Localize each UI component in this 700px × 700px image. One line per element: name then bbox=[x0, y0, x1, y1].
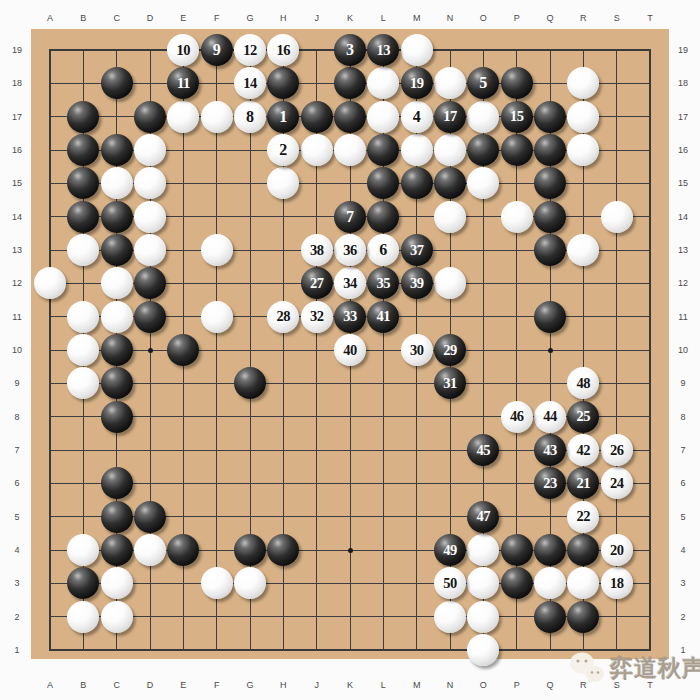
move-number: 27 bbox=[310, 275, 324, 292]
row-label-left: 4 bbox=[6, 544, 28, 556]
move-26-stone-S7: 26 bbox=[601, 434, 633, 466]
move-number: 33 bbox=[343, 308, 357, 325]
row-label-right: 16 bbox=[672, 144, 694, 156]
column-label-top: O bbox=[472, 12, 494, 24]
stone-C14 bbox=[101, 201, 133, 233]
column-label-bottom: G bbox=[239, 679, 261, 691]
stone-Q13 bbox=[534, 234, 566, 266]
stone-B2 bbox=[67, 601, 99, 633]
move-number: 18 bbox=[610, 575, 624, 592]
move-1-stone-H17: 1 bbox=[267, 101, 299, 133]
move-39-stone-M12: 39 bbox=[401, 267, 433, 299]
stone-C6 bbox=[101, 467, 133, 499]
watermark: 弈道秋声 bbox=[567, 648, 700, 688]
stone-P14 bbox=[501, 201, 533, 233]
move-19-stone-M18: 19 bbox=[401, 67, 433, 99]
move-number: 30 bbox=[410, 342, 424, 359]
stone-G4 bbox=[234, 534, 266, 566]
row-label-left: 1 bbox=[6, 644, 28, 656]
move-44-stone-Q8: 44 bbox=[534, 401, 566, 433]
move-number: 12 bbox=[243, 42, 257, 59]
row-label-left: 12 bbox=[6, 277, 28, 289]
column-label-bottom: C bbox=[106, 679, 128, 691]
stone-D11 bbox=[134, 301, 166, 333]
star-point bbox=[148, 348, 153, 353]
column-label-bottom: B bbox=[72, 679, 94, 691]
move-number: 7 bbox=[346, 208, 354, 226]
stone-P3 bbox=[501, 567, 533, 599]
stone-D16 bbox=[134, 134, 166, 166]
move-number: 9 bbox=[213, 41, 221, 59]
column-label-bottom: Q bbox=[539, 679, 561, 691]
move-49-stone-N4: 49 bbox=[434, 534, 466, 566]
column-label-top: S bbox=[606, 12, 628, 24]
move-number: 37 bbox=[410, 242, 424, 259]
stone-J16 bbox=[301, 134, 333, 166]
row-label-right: 10 bbox=[672, 344, 694, 356]
move-number: 49 bbox=[443, 542, 457, 559]
stone-P16 bbox=[501, 134, 533, 166]
column-label-bottom: D bbox=[139, 679, 161, 691]
move-36-stone-K13: 36 bbox=[334, 234, 366, 266]
row-label-right: 15 bbox=[672, 177, 694, 189]
stone-C10 bbox=[101, 334, 133, 366]
move-number: 39 bbox=[410, 275, 424, 292]
row-label-right: 11 bbox=[672, 311, 694, 323]
move-number: 45 bbox=[477, 442, 491, 459]
stone-F17 bbox=[201, 101, 233, 133]
move-30-stone-M10: 30 bbox=[401, 334, 433, 366]
row-label-left: 17 bbox=[6, 111, 28, 123]
column-label-top: T bbox=[639, 12, 661, 24]
stone-O1 bbox=[467, 634, 499, 666]
stone-C8 bbox=[101, 401, 133, 433]
move-number: 46 bbox=[510, 408, 524, 425]
stone-O17 bbox=[467, 101, 499, 133]
stone-S14 bbox=[601, 201, 633, 233]
move-4-stone-M17: 4 bbox=[401, 101, 433, 133]
stone-M16 bbox=[401, 134, 433, 166]
column-label-top: G bbox=[239, 12, 261, 24]
stone-D17 bbox=[134, 101, 166, 133]
move-number: 25 bbox=[577, 408, 591, 425]
column-label-top: B bbox=[72, 12, 94, 24]
move-27-stone-J12: 27 bbox=[301, 267, 333, 299]
column-label-top: E bbox=[172, 12, 194, 24]
move-number: 8 bbox=[246, 108, 254, 126]
move-number: 40 bbox=[343, 342, 357, 359]
column-label-top: A bbox=[39, 12, 61, 24]
stone-C2 bbox=[101, 601, 133, 633]
stone-E17 bbox=[167, 101, 199, 133]
row-label-right: 5 bbox=[672, 511, 694, 523]
row-label-left: 5 bbox=[6, 511, 28, 523]
row-label-left: 8 bbox=[6, 411, 28, 423]
column-label-bottom: K bbox=[339, 679, 361, 691]
stone-L14 bbox=[367, 201, 399, 233]
move-29-stone-N10: 29 bbox=[434, 334, 466, 366]
stone-D14 bbox=[134, 201, 166, 233]
stone-K16 bbox=[334, 134, 366, 166]
move-9-stone-F19: 9 bbox=[201, 34, 233, 66]
watermark-text: 弈道秋声 bbox=[610, 653, 700, 684]
row-label-right: 18 bbox=[672, 77, 694, 89]
column-label-top: D bbox=[139, 12, 161, 24]
column-label-top: F bbox=[206, 12, 228, 24]
move-number: 31 bbox=[443, 375, 457, 392]
stone-N16 bbox=[434, 134, 466, 166]
stone-N14 bbox=[434, 201, 466, 233]
column-label-bottom: F bbox=[206, 679, 228, 691]
stone-F3 bbox=[201, 567, 233, 599]
move-8-stone-G17: 8 bbox=[234, 101, 266, 133]
column-label-bottom: M bbox=[406, 679, 428, 691]
move-17-stone-N17: 17 bbox=[434, 101, 466, 133]
stone-C12 bbox=[101, 267, 133, 299]
row-label-right: 3 bbox=[672, 577, 694, 589]
move-20-stone-S4: 20 bbox=[601, 534, 633, 566]
move-41-stone-L11: 41 bbox=[367, 301, 399, 333]
column-label-top: K bbox=[339, 12, 361, 24]
stone-C5 bbox=[101, 501, 133, 533]
move-number: 35 bbox=[377, 275, 391, 292]
stone-C4 bbox=[101, 534, 133, 566]
stone-P18 bbox=[501, 67, 533, 99]
move-46-stone-P8: 46 bbox=[501, 401, 533, 433]
row-label-right: 19 bbox=[672, 44, 694, 56]
move-7-stone-K14: 7 bbox=[334, 201, 366, 233]
move-number: 21 bbox=[577, 475, 591, 492]
row-label-right: 17 bbox=[672, 111, 694, 123]
grid-line-horizontal bbox=[50, 383, 650, 384]
row-label-left: 16 bbox=[6, 144, 28, 156]
column-label-bottom: P bbox=[506, 679, 528, 691]
star-point bbox=[548, 348, 553, 353]
column-label-top: L bbox=[372, 12, 394, 24]
stone-D13 bbox=[134, 234, 166, 266]
move-47-stone-O5: 47 bbox=[467, 501, 499, 533]
move-43-stone-Q7: 43 bbox=[534, 434, 566, 466]
move-number: 6 bbox=[379, 241, 387, 259]
row-label-left: 6 bbox=[6, 477, 28, 489]
move-15-stone-P17: 15 bbox=[501, 101, 533, 133]
move-number: 15 bbox=[510, 108, 524, 125]
stone-Q17 bbox=[534, 101, 566, 133]
column-label-top: N bbox=[439, 12, 461, 24]
move-38-stone-J13: 38 bbox=[301, 234, 333, 266]
move-number: 26 bbox=[610, 442, 624, 459]
move-number: 32 bbox=[310, 308, 324, 325]
stone-N2 bbox=[434, 601, 466, 633]
stone-F13 bbox=[201, 234, 233, 266]
move-24-stone-S6: 24 bbox=[601, 467, 633, 499]
column-label-top: M bbox=[406, 12, 428, 24]
column-label-top: Q bbox=[539, 12, 561, 24]
row-label-right: 13 bbox=[672, 244, 694, 256]
move-number: 19 bbox=[410, 75, 424, 92]
row-label-left: 13 bbox=[6, 244, 28, 256]
row-label-right: 6 bbox=[672, 477, 694, 489]
move-32-stone-J11: 32 bbox=[301, 301, 333, 333]
stone-Q11 bbox=[534, 301, 566, 333]
stone-J17 bbox=[301, 101, 333, 133]
row-label-right: 14 bbox=[672, 211, 694, 223]
move-number: 4 bbox=[413, 108, 421, 126]
move-number: 47 bbox=[477, 508, 491, 525]
column-label-bottom: H bbox=[272, 679, 294, 691]
move-number: 22 bbox=[577, 508, 591, 525]
stone-Q2 bbox=[534, 601, 566, 633]
stone-C18 bbox=[101, 67, 133, 99]
stone-C13 bbox=[101, 234, 133, 266]
move-number: 3 bbox=[346, 41, 354, 59]
move-number: 11 bbox=[177, 75, 190, 92]
move-number: 44 bbox=[543, 408, 557, 425]
move-number: 50 bbox=[443, 575, 457, 592]
move-number: 23 bbox=[543, 475, 557, 492]
stone-Q14 bbox=[534, 201, 566, 233]
column-label-top: C bbox=[106, 12, 128, 24]
move-number: 16 bbox=[277, 42, 291, 59]
stone-R2 bbox=[567, 601, 599, 633]
move-number: 10 bbox=[177, 42, 191, 59]
row-label-left: 2 bbox=[6, 611, 28, 623]
column-label-top: P bbox=[506, 12, 528, 24]
stone-C16 bbox=[101, 134, 133, 166]
row-label-left: 15 bbox=[6, 177, 28, 189]
move-number: 28 bbox=[277, 308, 291, 325]
stone-R17 bbox=[567, 101, 599, 133]
column-label-bottom: E bbox=[172, 679, 194, 691]
move-number: 34 bbox=[343, 275, 357, 292]
move-number: 5 bbox=[479, 74, 487, 92]
star-point bbox=[348, 548, 353, 553]
column-label-top: H bbox=[272, 12, 294, 24]
move-number: 14 bbox=[243, 75, 257, 92]
move-number: 2 bbox=[279, 141, 287, 159]
move-25-stone-R8: 25 bbox=[567, 401, 599, 433]
move-37-stone-M13: 37 bbox=[401, 234, 433, 266]
stone-Q4 bbox=[534, 534, 566, 566]
move-number: 38 bbox=[310, 242, 324, 259]
stone-M15 bbox=[401, 167, 433, 199]
move-number: 20 bbox=[610, 542, 624, 559]
move-number: 48 bbox=[577, 375, 591, 392]
row-label-left: 18 bbox=[6, 77, 28, 89]
stone-M19 bbox=[401, 34, 433, 66]
row-label-left: 19 bbox=[6, 44, 28, 56]
stone-C15 bbox=[101, 167, 133, 199]
move-22-stone-R5: 22 bbox=[567, 501, 599, 533]
move-3-stone-K19: 3 bbox=[334, 34, 366, 66]
row-label-left: 11 bbox=[6, 311, 28, 323]
row-label-right: 8 bbox=[672, 411, 694, 423]
stone-C11 bbox=[101, 301, 133, 333]
move-number: 41 bbox=[377, 308, 391, 325]
move-number: 36 bbox=[343, 242, 357, 259]
stone-P4 bbox=[501, 534, 533, 566]
go-diagram-page: { "game": "go", "diagram_title": "", "bo… bbox=[0, 0, 700, 700]
stone-B14 bbox=[67, 201, 99, 233]
column-label-bottom: L bbox=[372, 679, 394, 691]
row-label-left: 7 bbox=[6, 444, 28, 456]
stone-K17 bbox=[334, 101, 366, 133]
row-label-right: 9 bbox=[672, 377, 694, 389]
row-label-right: 2 bbox=[672, 611, 694, 623]
column-label-bottom: O bbox=[472, 679, 494, 691]
move-number: 1 bbox=[279, 108, 287, 126]
move-number: 42 bbox=[577, 442, 591, 459]
stone-F11 bbox=[201, 301, 233, 333]
move-28-stone-H11: 28 bbox=[267, 301, 299, 333]
row-label-left: 9 bbox=[6, 377, 28, 389]
row-label-left: 14 bbox=[6, 211, 28, 223]
column-label-top: J bbox=[306, 12, 328, 24]
move-18-stone-S3: 18 bbox=[601, 567, 633, 599]
row-label-left: 3 bbox=[6, 577, 28, 589]
wechat-icon bbox=[567, 650, 607, 686]
column-label-bottom: A bbox=[39, 679, 61, 691]
row-label-right: 7 bbox=[672, 444, 694, 456]
stone-B17 bbox=[67, 101, 99, 133]
stone-C9 bbox=[101, 367, 133, 399]
move-12-stone-G19: 12 bbox=[234, 34, 266, 66]
stone-L17 bbox=[367, 101, 399, 133]
column-label-top: R bbox=[572, 12, 594, 24]
move-40-stone-K10: 40 bbox=[334, 334, 366, 366]
move-number: 29 bbox=[443, 342, 457, 359]
move-number: 24 bbox=[610, 475, 624, 492]
move-number: 13 bbox=[377, 42, 391, 59]
column-label-bottom: N bbox=[439, 679, 461, 691]
row-label-left: 10 bbox=[6, 344, 28, 356]
stone-C3 bbox=[101, 567, 133, 599]
row-label-right: 4 bbox=[672, 544, 694, 556]
stone-D5 bbox=[134, 501, 166, 533]
move-number: 17 bbox=[443, 108, 457, 125]
stone-O2 bbox=[467, 601, 499, 633]
stone-B11 bbox=[67, 301, 99, 333]
move-33-stone-K11: 33 bbox=[334, 301, 366, 333]
row-label-right: 12 bbox=[672, 277, 694, 289]
column-label-bottom: J bbox=[306, 679, 328, 691]
move-number: 43 bbox=[543, 442, 557, 459]
stone-D4 bbox=[134, 534, 166, 566]
stone-Q16 bbox=[534, 134, 566, 166]
